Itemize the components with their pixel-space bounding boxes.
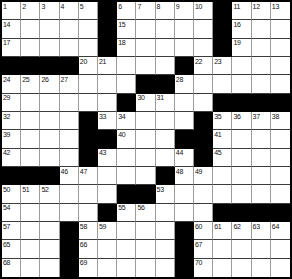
cell-r14c3[interactable] (40, 240, 59, 258)
clue-number: 28 (176, 76, 183, 83)
clue-number: 26 (41, 76, 48, 83)
cell-r6c8[interactable]: 30 (136, 94, 155, 112)
cell-r15c3[interactable] (40, 259, 59, 277)
clue-number: 66 (80, 241, 87, 248)
clue-number: 2 (22, 3, 26, 10)
clue-number: 47 (80, 168, 87, 175)
cell-r11c2[interactable]: 51 (21, 185, 40, 203)
clue-number: 31 (157, 94, 164, 101)
cell-r14c9[interactable] (156, 240, 175, 258)
cell-r4c12[interactable]: 23 (213, 57, 232, 75)
cell-r13c12[interactable]: 61 (213, 222, 232, 240)
cell-r8c8[interactable] (136, 130, 155, 148)
clue-number: 58 (80, 223, 87, 230)
cell-r15c9[interactable] (156, 259, 175, 277)
clue-number: 27 (61, 76, 68, 83)
clue-number: 48 (176, 168, 183, 175)
cell-r11c10[interactable] (175, 185, 194, 203)
cell-r6c5[interactable] (79, 94, 98, 112)
cell-r14c7[interactable] (117, 240, 136, 258)
cell-r14c1[interactable]: 65 (2, 240, 21, 258)
cell-r11c4[interactable] (60, 185, 79, 203)
black-cell-r7c11 (194, 112, 213, 130)
black-cell-r13c4 (60, 222, 79, 240)
clue-number: 68 (3, 259, 10, 266)
cell-r6c4[interactable] (60, 94, 79, 112)
black-cell-r3c6 (98, 39, 117, 57)
clue-number: 1 (3, 3, 7, 10)
black-cell-r8c6 (98, 130, 117, 148)
crossword-board: 1234567891011121314151617181920212223242… (0, 0, 292, 279)
cell-r5c7[interactable] (117, 75, 136, 93)
cell-r5c1[interactable]: 24 (2, 75, 21, 93)
cell-r15c2[interactable] (21, 259, 40, 277)
cell-r4c5[interactable]: 20 (79, 57, 98, 75)
clue-number: 70 (195, 259, 202, 266)
cell-r11c14[interactable] (252, 185, 271, 203)
clue-number: 8 (157, 3, 161, 10)
cell-r2c8[interactable] (136, 20, 155, 38)
cell-r3c10[interactable] (175, 39, 194, 57)
cell-r8c2[interactable] (21, 130, 40, 148)
black-cell-r10c1 (2, 167, 21, 185)
black-cell-r2c6 (98, 20, 117, 38)
cell-r5c6[interactable] (98, 75, 117, 93)
clue-number: 32 (3, 113, 10, 120)
clue-number: 9 (176, 3, 180, 10)
black-cell-r10c2 (21, 167, 40, 185)
clue-number: 12 (253, 3, 260, 10)
cell-r13c9[interactable] (156, 222, 175, 240)
black-cell-r8c5 (79, 130, 98, 148)
cell-r3c7[interactable]: 18 (117, 39, 136, 57)
cell-r2c5[interactable] (79, 20, 98, 38)
clue-number: 54 (3, 204, 10, 211)
cell-r1c8[interactable]: 7 (136, 2, 155, 20)
cell-r15c15[interactable] (271, 259, 290, 277)
cell-r9c12[interactable]: 45 (213, 149, 232, 167)
cell-r10c8[interactable] (136, 167, 155, 185)
cell-r12c2[interactable] (21, 204, 40, 222)
cell-r13c2[interactable] (21, 222, 40, 240)
cell-r1c14[interactable]: 12 (252, 2, 271, 20)
cell-r14c12[interactable] (213, 240, 232, 258)
cell-r5c12[interactable] (213, 75, 232, 93)
cell-r7c8[interactable] (136, 112, 155, 130)
cell-r7c2[interactable] (21, 112, 40, 130)
cell-r8c14[interactable] (252, 130, 271, 148)
cell-r7c14[interactable]: 37 (252, 112, 271, 130)
cell-r15c12[interactable] (213, 259, 232, 277)
cell-r8c15[interactable] (271, 130, 290, 148)
cell-r3c11[interactable] (194, 39, 213, 57)
cell-r3c2[interactable] (21, 39, 40, 57)
cell-r7c1[interactable]: 32 (2, 112, 21, 130)
cell-r5c4[interactable]: 27 (60, 75, 79, 93)
cell-r5c15[interactable] (271, 75, 290, 93)
clue-number: 37 (253, 113, 260, 120)
black-cell-r8c10 (175, 130, 194, 148)
cell-r13c8[interactable] (136, 222, 155, 240)
cell-r7c10[interactable] (175, 112, 194, 130)
cell-r4c7[interactable] (117, 57, 136, 75)
clue-number: 67 (195, 241, 202, 248)
cell-r2c11[interactable] (194, 20, 213, 38)
clue-number: 56 (137, 204, 144, 211)
cell-r2c14[interactable] (252, 20, 271, 38)
black-cell-r1c12 (213, 2, 232, 20)
clue-number: 33 (99, 113, 106, 120)
cell-r13c11[interactable]: 60 (194, 222, 213, 240)
clue-number: 4 (61, 3, 65, 10)
black-cell-r5c8 (136, 75, 155, 93)
cell-r3c8[interactable] (136, 39, 155, 57)
cell-r7c9[interactable] (156, 112, 175, 130)
cell-r9c4[interactable] (60, 149, 79, 167)
cell-r12c7[interactable]: 55 (117, 204, 136, 222)
cell-r7c4[interactable] (60, 112, 79, 130)
black-cell-r14c4 (60, 240, 79, 258)
clue-number: 30 (137, 94, 144, 101)
cell-r9c7[interactable] (117, 149, 136, 167)
clue-number: 29 (3, 94, 10, 101)
cell-r2c4[interactable] (60, 20, 79, 38)
cell-r7c13[interactable]: 36 (232, 112, 251, 130)
cell-r9c10[interactable]: 44 (175, 149, 194, 167)
cell-r1c1[interactable]: 1 (2, 2, 21, 20)
cell-r4c11[interactable]: 22 (194, 57, 213, 75)
cell-r9c3[interactable] (40, 149, 59, 167)
clue-number: 49 (195, 168, 202, 175)
clue-number: 10 (195, 3, 202, 10)
cell-r11c3[interactable]: 52 (40, 185, 59, 203)
clue-number: 64 (272, 223, 279, 230)
cell-r13c3[interactable] (40, 222, 59, 240)
black-cell-r13c10 (175, 222, 194, 240)
cell-r14c14[interactable] (252, 240, 271, 258)
clue-number: 19 (233, 39, 240, 46)
clue-number: 6 (118, 3, 122, 10)
black-cell-r2c12 (213, 20, 232, 38)
cell-r12c3[interactable] (40, 204, 59, 222)
cell-r1c2[interactable]: 2 (21, 2, 40, 20)
cell-r14c2[interactable] (21, 240, 40, 258)
cell-r15c13[interactable] (232, 259, 251, 277)
cell-r7c7[interactable]: 34 (117, 112, 136, 130)
cell-r10c4[interactable]: 46 (60, 167, 79, 185)
cell-r5c14[interactable] (252, 75, 271, 93)
cell-r12c8[interactable]: 56 (136, 204, 155, 222)
cell-r4c9[interactable] (156, 57, 175, 75)
cell-r1c3[interactable]: 3 (40, 2, 59, 20)
cell-r8c12[interactable]: 41 (213, 130, 232, 148)
cell-r9c8[interactable] (136, 149, 155, 167)
cell-r3c1[interactable]: 17 (2, 39, 21, 57)
cell-r11c6[interactable] (98, 185, 117, 203)
cell-r9c1[interactable]: 42 (2, 149, 21, 167)
black-cell-r11c8 (136, 185, 155, 203)
cell-r3c3[interactable] (40, 39, 59, 57)
clue-number: 17 (3, 39, 10, 46)
cell-r10c10[interactable]: 48 (175, 167, 194, 185)
black-cell-r4c1 (2, 57, 21, 75)
black-cell-r3c12 (213, 39, 232, 57)
cell-r9c6[interactable]: 43 (98, 149, 117, 167)
black-cell-r12c6 (98, 204, 117, 222)
cell-r13c7[interactable] (117, 222, 136, 240)
cell-r3c4[interactable] (60, 39, 79, 57)
cell-r13c5[interactable]: 58 (79, 222, 98, 240)
cell-r8c9[interactable] (156, 130, 175, 148)
cell-r2c1[interactable]: 14 (2, 20, 21, 38)
cell-r3c5[interactable] (79, 39, 98, 57)
clue-number: 5 (80, 3, 84, 10)
cell-r10c14[interactable] (252, 167, 271, 185)
black-cell-r6c15 (271, 94, 290, 112)
black-cell-r12c12 (213, 204, 232, 222)
cell-r5c3[interactable]: 26 (40, 75, 59, 93)
cell-r12c11[interactable] (194, 204, 213, 222)
clue-number: 53 (157, 186, 164, 193)
cell-r4c8[interactable] (136, 57, 155, 75)
cell-r12c1[interactable]: 54 (2, 204, 21, 222)
black-cell-r9c11 (194, 149, 213, 167)
black-cell-r8c11 (194, 130, 213, 148)
clue-number: 60 (195, 223, 202, 230)
black-cell-r14c10 (175, 240, 194, 258)
black-cell-r6c12 (213, 94, 232, 112)
cell-r6c2[interactable] (21, 94, 40, 112)
black-cell-r6c14 (252, 94, 271, 112)
clue-number: 13 (272, 3, 279, 10)
clue-number: 21 (99, 58, 106, 65)
cell-r2c3[interactable] (40, 20, 59, 38)
black-cell-r10c3 (40, 167, 59, 185)
clue-number: 44 (176, 149, 183, 156)
cell-r11c5[interactable] (79, 185, 98, 203)
cell-r14c13[interactable] (232, 240, 251, 258)
clue-number: 39 (3, 131, 10, 138)
cell-r14c8[interactable] (136, 240, 155, 258)
cell-r7c3[interactable] (40, 112, 59, 130)
cell-r4c14[interactable] (252, 57, 271, 75)
cell-r10c6[interactable] (98, 167, 117, 185)
black-cell-r15c10 (175, 259, 194, 277)
clue-number: 3 (41, 3, 45, 10)
cell-r10c5[interactable]: 47 (79, 167, 98, 185)
cell-r9c15[interactable] (271, 149, 290, 167)
clue-number: 43 (99, 149, 106, 156)
cell-r1c11[interactable]: 10 (194, 2, 213, 20)
clue-number: 41 (214, 131, 221, 138)
cell-r8c13[interactable] (232, 130, 251, 148)
clue-number: 34 (118, 113, 125, 120)
clue-number: 20 (80, 58, 87, 65)
black-cell-r1c6 (98, 2, 117, 20)
cell-r14c6[interactable] (98, 240, 117, 258)
black-cell-r12c15 (271, 204, 290, 222)
cell-r12c10[interactable] (175, 204, 194, 222)
cell-r13c13[interactable]: 62 (232, 222, 251, 240)
cell-r7c6[interactable]: 33 (98, 112, 117, 130)
cell-r10c11[interactable]: 49 (194, 167, 213, 185)
clue-number: 59 (99, 223, 106, 230)
cell-r7c12[interactable]: 35 (213, 112, 232, 130)
cell-r15c14[interactable] (252, 259, 271, 277)
black-cell-r10c9 (156, 167, 175, 185)
cell-r1c13[interactable]: 11 (232, 2, 251, 20)
clue-number: 18 (118, 39, 125, 46)
cell-r2c2[interactable] (21, 20, 40, 38)
cell-r15c1[interactable]: 68 (2, 259, 21, 277)
clue-number: 16 (233, 21, 240, 28)
cell-r3c13[interactable]: 19 (232, 39, 251, 57)
cell-r6c3[interactable] (40, 94, 59, 112)
cell-r12c9[interactable] (156, 204, 175, 222)
cell-r2c9[interactable] (156, 20, 175, 38)
cell-r2c7[interactable]: 15 (117, 20, 136, 38)
clue-number: 11 (233, 3, 240, 10)
cell-r14c5[interactable]: 66 (79, 240, 98, 258)
cell-r9c13[interactable] (232, 149, 251, 167)
cell-r11c12[interactable] (213, 185, 232, 203)
cell-r9c14[interactable] (252, 149, 271, 167)
cell-r11c13[interactable] (232, 185, 251, 203)
clue-number: 61 (214, 223, 221, 230)
clue-number: 14 (3, 21, 10, 28)
clue-number: 23 (214, 58, 221, 65)
clue-number: 46 (61, 168, 68, 175)
clue-number: 36 (233, 113, 240, 120)
clue-number: 65 (3, 241, 10, 248)
cell-r10c13[interactable] (232, 167, 251, 185)
black-cell-r12c14 (252, 204, 271, 222)
cell-r12c4[interactable] (60, 204, 79, 222)
cell-r6c11[interactable] (194, 94, 213, 112)
clue-number: 24 (3, 76, 10, 83)
cell-r5c5[interactable] (79, 75, 98, 93)
cell-r8c7[interactable]: 40 (117, 130, 136, 148)
cell-r7c15[interactable]: 38 (271, 112, 290, 130)
clue-number: 7 (137, 3, 141, 10)
cell-r13c1[interactable]: 57 (2, 222, 21, 240)
cell-r8c1[interactable]: 39 (2, 130, 21, 148)
clue-number: 62 (233, 223, 240, 230)
cell-r11c1[interactable]: 50 (2, 185, 21, 203)
clue-number: 51 (22, 186, 29, 193)
cell-r10c12[interactable] (213, 167, 232, 185)
cell-r5c10[interactable]: 28 (175, 75, 194, 93)
cell-r13c15[interactable]: 64 (271, 222, 290, 240)
cell-r15c5[interactable]: 69 (79, 259, 98, 277)
cell-r8c4[interactable] (60, 130, 79, 148)
black-cell-r6c7 (117, 94, 136, 112)
clue-number: 42 (3, 149, 10, 156)
clue-number: 22 (195, 58, 202, 65)
cell-r2c10[interactable] (175, 20, 194, 38)
cell-r3c14[interactable] (252, 39, 271, 57)
clue-number: 55 (118, 204, 125, 211)
cell-r14c15[interactable] (271, 240, 290, 258)
cell-r1c15[interactable]: 13 (271, 2, 290, 20)
cell-r8c3[interactable] (40, 130, 59, 148)
clue-number: 69 (80, 259, 87, 266)
cell-r11c15[interactable] (271, 185, 290, 203)
clue-number: 25 (22, 76, 29, 83)
cell-r11c9[interactable]: 53 (156, 185, 175, 203)
clue-number: 45 (214, 149, 221, 156)
cell-r4c13[interactable] (232, 57, 251, 75)
cell-r12c5[interactable] (79, 204, 98, 222)
cell-r6c10[interactable] (175, 94, 194, 112)
cell-r9c9[interactable] (156, 149, 175, 167)
cell-r14c11[interactable]: 67 (194, 240, 213, 258)
cell-r15c6[interactable] (98, 259, 117, 277)
black-cell-r5c9 (156, 75, 175, 93)
clue-number: 35 (214, 113, 221, 120)
cell-r15c11[interactable]: 70 (194, 259, 213, 277)
clue-number: 50 (3, 186, 10, 193)
cell-r4c15[interactable] (271, 57, 290, 75)
cell-r1c7[interactable]: 6 (117, 2, 136, 20)
cell-r1c5[interactable]: 5 (79, 2, 98, 20)
black-cell-r15c4 (60, 259, 79, 277)
black-cell-r4c2 (21, 57, 40, 75)
cell-r11c11[interactable] (194, 185, 213, 203)
clue-number: 57 (3, 223, 10, 230)
cell-r3c9[interactable] (156, 39, 175, 57)
clue-number: 15 (118, 21, 125, 28)
cell-r6c9[interactable]: 31 (156, 94, 175, 112)
cell-r5c2[interactable]: 25 (21, 75, 40, 93)
cell-r1c4[interactable]: 4 (60, 2, 79, 20)
black-cell-r4c10 (175, 57, 194, 75)
black-cell-r4c3 (40, 57, 59, 75)
clue-number: 38 (272, 113, 279, 120)
cell-r15c8[interactable] (136, 259, 155, 277)
cell-r2c13[interactable]: 16 (232, 20, 251, 38)
black-cell-r6c13 (232, 94, 251, 112)
cell-r13c14[interactable]: 63 (252, 222, 271, 240)
black-cell-r4c4 (60, 57, 79, 75)
cell-r6c1[interactable]: 29 (2, 94, 21, 112)
cell-r10c7[interactable] (117, 167, 136, 185)
black-cell-r9c5 (79, 149, 98, 167)
clue-number: 63 (253, 223, 260, 230)
black-cell-r12c13 (232, 204, 251, 222)
clue-number: 40 (118, 131, 125, 138)
cell-r15c7[interactable] (117, 259, 136, 277)
black-cell-r11c7 (117, 185, 136, 203)
black-cell-r7c5 (79, 112, 98, 130)
cell-r1c9[interactable]: 8 (156, 2, 175, 20)
cell-r5c11[interactable] (194, 75, 213, 93)
clue-number: 52 (41, 186, 48, 193)
cell-r9c2[interactable] (21, 149, 40, 167)
cell-r13c6[interactable]: 59 (98, 222, 117, 240)
cell-r10c15[interactable] (271, 167, 290, 185)
cell-r1c10[interactable]: 9 (175, 2, 194, 20)
cell-r6c6[interactable] (98, 94, 117, 112)
cell-r4c6[interactable]: 21 (98, 57, 117, 75)
cell-r3c15[interactable] (271, 39, 290, 57)
cell-r5c13[interactable] (232, 75, 251, 93)
cell-r2c15[interactable] (271, 20, 290, 38)
